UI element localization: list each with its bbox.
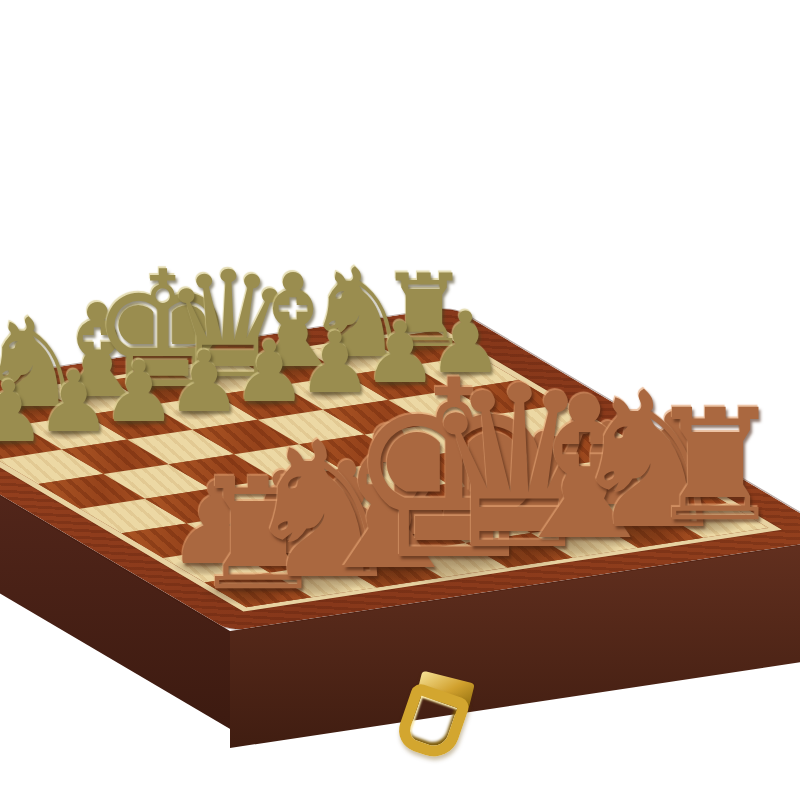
product-photo-scene: ♜♞♝♚♛♝♞♜♟♟♟♟♟♟♟♟♟♟♟♟♟♟♟♟♜♞♝♚♛♝♞♜ [0,0,800,800]
